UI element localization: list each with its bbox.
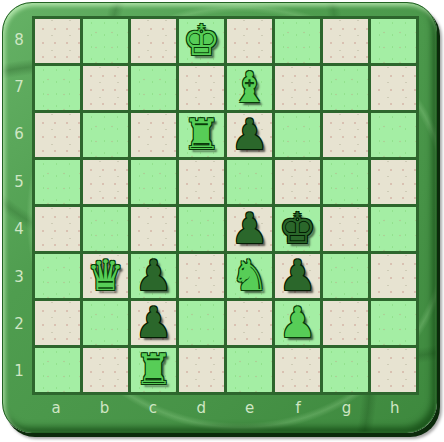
square-e7[interactable]: ♝: [227, 66, 272, 110]
rank-label-6: 6: [6, 111, 32, 158]
piece-black-king[interactable]: ♚: [279, 207, 317, 251]
square-h8[interactable]: [371, 19, 416, 63]
square-h6[interactable]: [371, 113, 416, 157]
square-h4[interactable]: [371, 207, 416, 251]
square-g5[interactable]: [323, 160, 368, 204]
square-h5[interactable]: [371, 160, 416, 204]
square-a5[interactable]: [35, 160, 80, 204]
square-f3[interactable]: ♟: [275, 254, 320, 298]
square-d3[interactable]: [179, 254, 224, 298]
rank-labels: 87654321: [6, 16, 32, 395]
square-a6[interactable]: [35, 113, 80, 157]
piece-white-rook[interactable]: ♜: [183, 113, 221, 157]
square-e8[interactable]: [227, 19, 272, 63]
piece-black-pawn[interactable]: ♟: [135, 254, 173, 298]
file-label-f: f: [274, 395, 322, 421]
square-e2[interactable]: [227, 301, 272, 345]
square-c7[interactable]: [131, 66, 176, 110]
square-g1[interactable]: [323, 348, 368, 392]
square-d7[interactable]: [179, 66, 224, 110]
square-h2[interactable]: [371, 301, 416, 345]
square-g6[interactable]: [323, 113, 368, 157]
square-g8[interactable]: [323, 19, 368, 63]
square-f7[interactable]: [275, 66, 320, 110]
square-c1[interactable]: ♜: [131, 348, 176, 392]
square-a8[interactable]: [35, 19, 80, 63]
square-g4[interactable]: [323, 207, 368, 251]
square-c8[interactable]: [131, 19, 176, 63]
square-d1[interactable]: [179, 348, 224, 392]
piece-white-queen[interactable]: ♛: [87, 254, 125, 298]
rank-label-7: 7: [6, 63, 32, 110]
square-b5[interactable]: [83, 160, 128, 204]
piece-white-pawn[interactable]: ♟: [279, 301, 317, 345]
piece-white-king[interactable]: ♚: [183, 19, 221, 63]
rank-label-4: 4: [6, 206, 32, 253]
piece-white-bishop[interactable]: ♝: [231, 66, 269, 110]
file-label-a: a: [32, 395, 80, 421]
file-label-c: c: [129, 395, 177, 421]
square-g7[interactable]: [323, 66, 368, 110]
square-c4[interactable]: [131, 207, 176, 251]
square-f8[interactable]: [275, 19, 320, 63]
square-f4[interactable]: ♚: [275, 207, 320, 251]
piece-white-rook[interactable]: ♜: [135, 348, 173, 392]
square-c3[interactable]: ♟: [131, 254, 176, 298]
square-b7[interactable]: [83, 66, 128, 110]
square-a1[interactable]: [35, 348, 80, 392]
square-a3[interactable]: [35, 254, 80, 298]
chess-board: ♚♝♜♟♟♚♛♟♞♟♟♟♜: [32, 16, 419, 395]
rank-label-1: 1: [6, 348, 32, 395]
square-b2[interactable]: [83, 301, 128, 345]
square-b1[interactable]: [83, 348, 128, 392]
file-label-e: e: [226, 395, 274, 421]
file-label-g: g: [322, 395, 370, 421]
piece-black-pawn[interactable]: ♟: [279, 254, 317, 298]
square-e3[interactable]: ♞: [227, 254, 272, 298]
square-d4[interactable]: [179, 207, 224, 251]
rank-label-8: 8: [6, 16, 32, 63]
square-e5[interactable]: [227, 160, 272, 204]
square-c2[interactable]: ♟: [131, 301, 176, 345]
square-d5[interactable]: [179, 160, 224, 204]
square-e4[interactable]: ♟: [227, 207, 272, 251]
square-e1[interactable]: [227, 348, 272, 392]
square-c6[interactable]: [131, 113, 176, 157]
square-a4[interactable]: [35, 207, 80, 251]
square-h7[interactable]: [371, 66, 416, 110]
square-f1[interactable]: [275, 348, 320, 392]
square-b3[interactable]: ♛: [83, 254, 128, 298]
file-label-b: b: [80, 395, 128, 421]
square-a7[interactable]: [35, 66, 80, 110]
square-c5[interactable]: [131, 160, 176, 204]
square-b8[interactable]: [83, 19, 128, 63]
piece-white-knight[interactable]: ♞: [231, 254, 269, 298]
square-g2[interactable]: [323, 301, 368, 345]
square-f2[interactable]: ♟: [275, 301, 320, 345]
square-g3[interactable]: [323, 254, 368, 298]
square-b4[interactable]: [83, 207, 128, 251]
square-d6[interactable]: ♜: [179, 113, 224, 157]
rank-label-5: 5: [6, 158, 32, 205]
rank-label-2: 2: [6, 300, 32, 347]
square-d8[interactable]: ♚: [179, 19, 224, 63]
rank-label-3: 3: [6, 253, 32, 300]
file-labels: abcdefgh: [32, 395, 419, 421]
square-d2[interactable]: [179, 301, 224, 345]
file-label-d: d: [177, 395, 225, 421]
piece-black-pawn[interactable]: ♟: [231, 207, 269, 251]
square-b6[interactable]: [83, 113, 128, 157]
square-h3[interactable]: [371, 254, 416, 298]
square-a2[interactable]: [35, 301, 80, 345]
square-h1[interactable]: [371, 348, 416, 392]
piece-black-pawn[interactable]: ♟: [135, 301, 173, 345]
piece-black-pawn[interactable]: ♟: [231, 113, 269, 157]
file-label-h: h: [371, 395, 419, 421]
square-f5[interactable]: [275, 160, 320, 204]
square-f6[interactable]: [275, 113, 320, 157]
square-e6[interactable]: ♟: [227, 113, 272, 157]
